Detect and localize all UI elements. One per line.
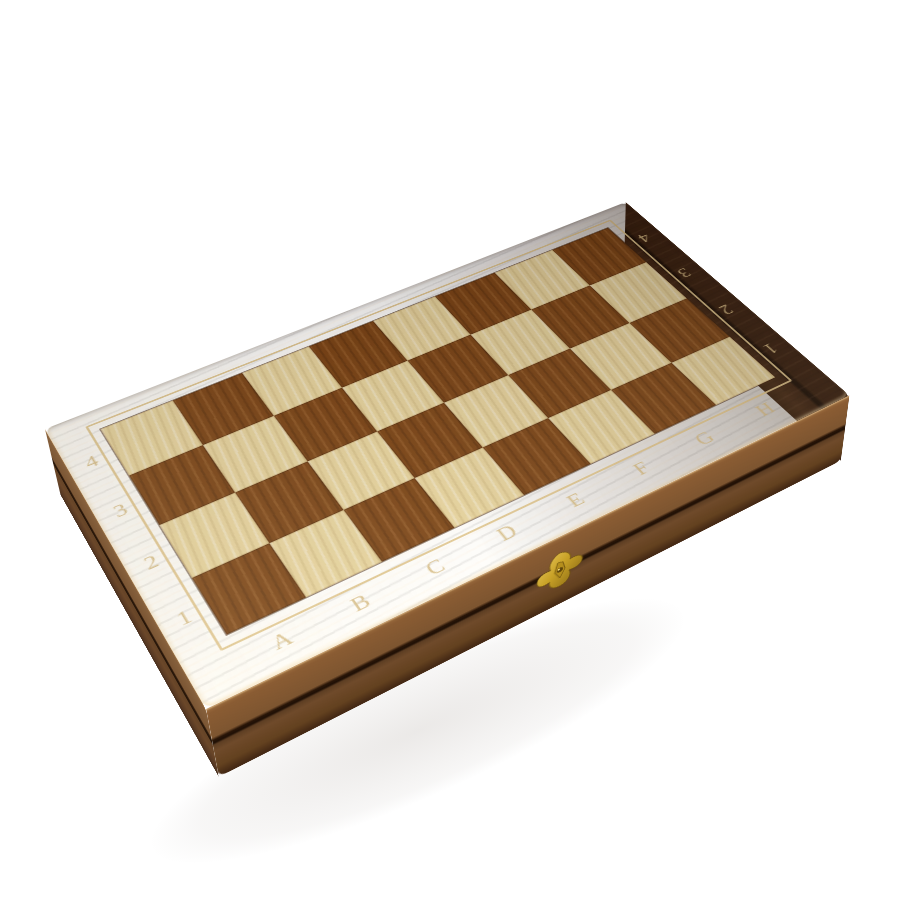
square-b2 [235,461,343,543]
file-labels: ABCDEFGH [228,379,813,683]
square-d1 [415,447,524,527]
file-label-e: E [561,488,590,512]
square-c1 [344,478,455,562]
rank-label-left-4: 4 [81,451,103,472]
square-a1 [192,543,306,634]
file-label-f: F [628,457,656,479]
rank-label-left-3: 3 [109,498,132,521]
square-b3 [203,416,308,493]
square-c2 [308,431,415,509]
product-photo-background: ABCDEFGH 4321 4321 [0,0,900,900]
file-label-b: B [345,588,376,616]
file-label-h: H [750,398,780,420]
square-a2 [159,493,269,578]
file-label-a: A [266,625,298,655]
scene: ABCDEFGH 4321 4321 [0,0,900,900]
rank-label-right-2: 2 [713,301,737,318]
rank-label-right-3: 3 [671,265,694,281]
chess-box: ABCDEFGH 4321 4321 [45,202,849,709]
square-a3 [129,445,235,525]
rank-label-left-1: 1 [172,604,197,630]
square-e1 [483,418,591,495]
rank-label-right-1: 1 [757,340,782,358]
file-label-g: G [689,426,720,449]
square-b1 [269,510,382,597]
file-label-d: D [491,519,522,545]
file-label-c: C [420,553,450,579]
square-d2 [377,403,483,478]
rank-label-left-2: 2 [139,549,163,573]
rank-label-right-4: 4 [632,230,655,245]
